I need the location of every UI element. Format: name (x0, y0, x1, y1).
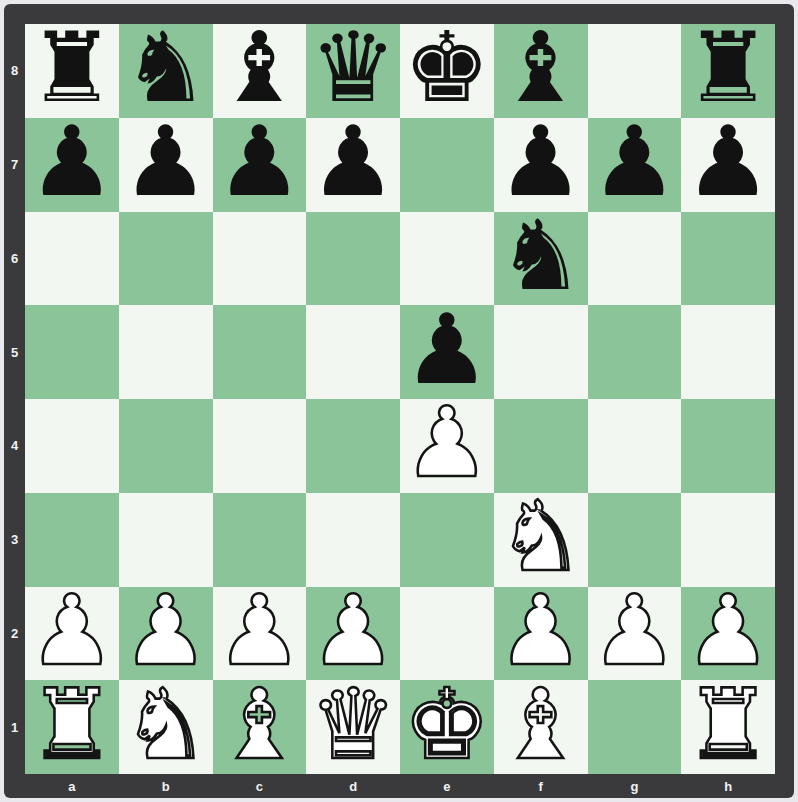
square-g5[interactable] (588, 305, 682, 399)
square-c5[interactable] (213, 305, 307, 399)
square-e6[interactable] (400, 212, 494, 306)
square-a7[interactable]: ♟ (25, 118, 119, 212)
square-f6[interactable]: ♞ (494, 212, 588, 306)
file-label-a: a (25, 774, 119, 798)
square-c2[interactable]: ♟ (213, 587, 307, 681)
square-d8[interactable]: ♛ (306, 24, 400, 118)
rank-label-6: 6 (4, 212, 25, 306)
white-bishop[interactable]: ♝ (216, 680, 303, 770)
square-g7[interactable]: ♟ (588, 118, 682, 212)
square-c6[interactable] (213, 212, 307, 306)
file-label-b: b (119, 774, 213, 798)
rank-label-8: 8 (4, 24, 25, 118)
square-g3[interactable] (588, 493, 682, 587)
black-pawn[interactable]: ♟ (216, 118, 303, 208)
white-pawn[interactable]: ♟ (28, 587, 115, 677)
square-h3[interactable] (681, 493, 775, 587)
square-c3[interactable] (213, 493, 307, 587)
black-pawn[interactable]: ♟ (591, 118, 678, 208)
white-knight[interactable]: ♞ (497, 493, 584, 583)
file-labels: abcdefgh (25, 774, 775, 798)
square-g4[interactable] (588, 399, 682, 493)
square-b7[interactable]: ♟ (119, 118, 213, 212)
square-c1[interactable]: ♝ (213, 680, 307, 774)
square-b2[interactable]: ♟ (119, 587, 213, 681)
white-knight[interactable]: ♞ (122, 680, 209, 770)
square-f2[interactable]: ♟ (494, 587, 588, 681)
square-h1[interactable]: ♜ (681, 680, 775, 774)
square-a3[interactable] (25, 493, 119, 587)
square-e4[interactable]: ♟ (400, 399, 494, 493)
square-a2[interactable]: ♟ (25, 587, 119, 681)
square-f4[interactable] (494, 399, 588, 493)
chess-board[interactable]: ♜♞♝♛♚♝♜♟♟♟♟♟♟♟♞♟♟♞♟♟♟♟♟♟♟♜♞♝♛♚♝♜ (25, 24, 775, 774)
square-f3[interactable]: ♞ (494, 493, 588, 587)
rank-labels: 87654321 (4, 24, 25, 774)
black-pawn[interactable]: ♟ (310, 118, 397, 208)
file-label-e: e (400, 774, 494, 798)
black-rook[interactable]: ♜ (28, 24, 115, 114)
black-pawn[interactable]: ♟ (497, 118, 584, 208)
square-c4[interactable] (213, 399, 307, 493)
square-d1[interactable]: ♛ (306, 680, 400, 774)
square-e3[interactable] (400, 493, 494, 587)
square-a1[interactable]: ♜ (25, 680, 119, 774)
square-g1[interactable] (588, 680, 682, 774)
black-pawn[interactable]: ♟ (685, 118, 772, 208)
white-pawn[interactable]: ♟ (403, 399, 490, 489)
black-pawn[interactable]: ♟ (403, 305, 490, 395)
rank-label-3: 3 (4, 493, 25, 587)
square-f1[interactable]: ♝ (494, 680, 588, 774)
rank-label-2: 2 (4, 587, 25, 681)
rank-label-4: 4 (4, 399, 25, 493)
square-d3[interactable] (306, 493, 400, 587)
black-bishop[interactable]: ♝ (497, 24, 584, 114)
square-f5[interactable] (494, 305, 588, 399)
rank-label-7: 7 (4, 118, 25, 212)
square-d4[interactable] (306, 399, 400, 493)
rank-label-1: 1 (4, 680, 25, 774)
white-rook[interactable]: ♜ (685, 680, 772, 770)
square-f8[interactable]: ♝ (494, 24, 588, 118)
white-pawn[interactable]: ♟ (497, 587, 584, 677)
square-b5[interactable] (119, 305, 213, 399)
white-pawn[interactable]: ♟ (591, 587, 678, 677)
square-c7[interactable]: ♟ (213, 118, 307, 212)
square-e7[interactable] (400, 118, 494, 212)
black-bishop[interactable]: ♝ (216, 24, 303, 114)
square-d6[interactable] (306, 212, 400, 306)
black-knight[interactable]: ♞ (122, 24, 209, 114)
square-g8[interactable] (588, 24, 682, 118)
black-knight[interactable]: ♞ (497, 212, 584, 302)
square-h7[interactable]: ♟ (681, 118, 775, 212)
square-e8[interactable]: ♚ (400, 24, 494, 118)
square-b4[interactable] (119, 399, 213, 493)
square-f7[interactable]: ♟ (494, 118, 588, 212)
file-label-h: h (681, 774, 775, 798)
square-h2[interactable]: ♟ (681, 587, 775, 681)
square-h4[interactable] (681, 399, 775, 493)
white-pawn[interactable]: ♟ (216, 587, 303, 677)
black-rook[interactable]: ♜ (685, 24, 772, 114)
black-pawn[interactable]: ♟ (122, 118, 209, 208)
file-label-g: g (588, 774, 682, 798)
square-b8[interactable]: ♞ (119, 24, 213, 118)
square-b1[interactable]: ♞ (119, 680, 213, 774)
black-queen[interactable]: ♛ (310, 24, 397, 114)
square-g6[interactable] (588, 212, 682, 306)
square-e1[interactable]: ♚ (400, 680, 494, 774)
white-rook[interactable]: ♜ (28, 680, 115, 770)
square-a8[interactable]: ♜ (25, 24, 119, 118)
square-h5[interactable] (681, 305, 775, 399)
square-e2[interactable] (400, 587, 494, 681)
square-c8[interactable]: ♝ (213, 24, 307, 118)
square-d7[interactable]: ♟ (306, 118, 400, 212)
square-g2[interactable]: ♟ (588, 587, 682, 681)
file-label-f: f (494, 774, 588, 798)
square-h6[interactable] (681, 212, 775, 306)
square-d5[interactable] (306, 305, 400, 399)
square-e5[interactable]: ♟ (400, 305, 494, 399)
square-b3[interactable] (119, 493, 213, 587)
square-a6[interactable] (25, 212, 119, 306)
white-bishop[interactable]: ♝ (497, 680, 584, 770)
square-a5[interactable] (25, 305, 119, 399)
white-queen[interactable]: ♛ (310, 680, 397, 770)
square-a4[interactable] (25, 399, 119, 493)
square-h8[interactable]: ♜ (681, 24, 775, 118)
white-king[interactable]: ♚ (403, 680, 490, 770)
white-pawn[interactable]: ♟ (685, 587, 772, 677)
white-pawn[interactable]: ♟ (122, 587, 209, 677)
chess-board-frame: 87654321 ♜♞♝♛♚♝♜♟♟♟♟♟♟♟♞♟♟♞♟♟♟♟♟♟♟♜♞♝♛♚♝… (4, 4, 794, 798)
square-d2[interactable]: ♟ (306, 587, 400, 681)
black-pawn[interactable]: ♟ (28, 118, 115, 208)
file-label-d: d (306, 774, 400, 798)
black-king[interactable]: ♚ (403, 24, 490, 114)
rank-label-5: 5 (4, 305, 25, 399)
square-b6[interactable] (119, 212, 213, 306)
white-pawn[interactable]: ♟ (310, 587, 397, 677)
file-label-c: c (213, 774, 307, 798)
